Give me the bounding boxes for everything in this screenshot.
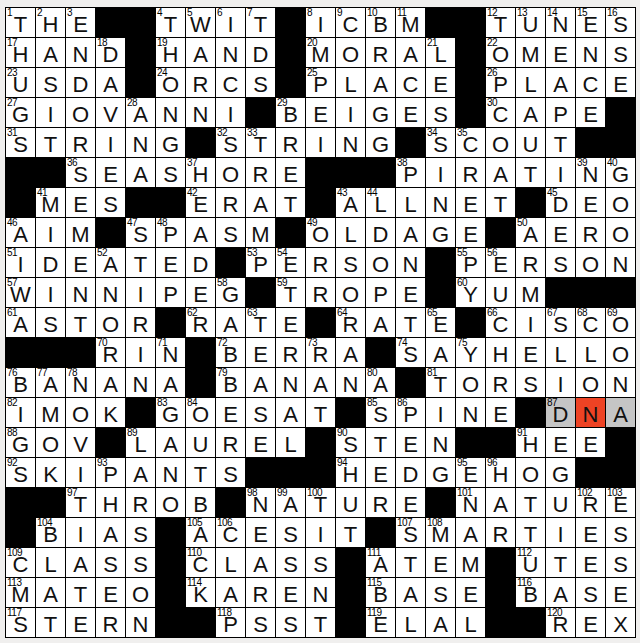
grid-cell[interactable]: 25P	[306, 68, 335, 97]
grid-cell[interactable]: 80A	[366, 368, 395, 397]
grid-cell[interactable]: 60Y	[456, 278, 485, 307]
grid-cell[interactable]: E	[546, 428, 575, 457]
grid-cell[interactable]: 2H	[36, 8, 65, 37]
grid-cell[interactable]: T	[306, 608, 335, 637]
grid-cell[interactable]: 97T	[66, 488, 95, 517]
grid-cell[interactable]: 79B	[216, 368, 245, 397]
grid-cell[interactable]: E	[216, 398, 245, 427]
grid-cell[interactable]: N	[606, 368, 635, 397]
grid-cell[interactable]: 70R	[96, 338, 125, 367]
grid-cell[interactable]: S	[216, 218, 245, 247]
grid-cell[interactable]: 81T	[426, 368, 455, 397]
grid-cell[interactable]: E	[576, 548, 605, 577]
grid-cell[interactable]: I	[546, 518, 575, 547]
grid-cell[interactable]: 44L	[366, 188, 395, 217]
grid-cell[interactable]: R	[186, 68, 215, 97]
grid-cell[interactable]: A	[276, 398, 305, 427]
grid-cell[interactable]: 50A	[516, 218, 545, 247]
grid-cell[interactable]: E	[456, 188, 485, 217]
grid-cell[interactable]: A	[306, 368, 335, 397]
grid-cell[interactable]: 100T	[306, 488, 335, 517]
grid-cell[interactable]: R	[276, 128, 305, 157]
grid-cell[interactable]: 37H	[186, 158, 215, 187]
grid-cell[interactable]: 6I	[216, 8, 245, 37]
grid-cell[interactable]: 43A	[336, 188, 365, 217]
grid-cell[interactable]: 88G	[6, 428, 35, 457]
grid-cell[interactable]: T	[546, 548, 575, 577]
grid-cell[interactable]: 7T	[246, 8, 275, 37]
grid-cell[interactable]: 76B	[6, 368, 35, 397]
grid-cell[interactable]: N	[186, 98, 215, 127]
grid-cell[interactable]: E	[66, 248, 95, 277]
grid-cell[interactable]: G	[426, 218, 455, 247]
grid-cell[interactable]: L	[516, 68, 545, 97]
grid-cell[interactable]: A	[606, 398, 635, 427]
grid-cell[interactable]: A	[96, 368, 125, 397]
grid-cell[interactable]: 11M	[396, 8, 425, 37]
grid-cell[interactable]: R	[216, 428, 245, 457]
grid-cell[interactable]: 91H	[516, 428, 545, 457]
grid-cell[interactable]: E	[576, 608, 605, 637]
grid-cell[interactable]: N	[216, 38, 245, 67]
grid-cell[interactable]: E	[396, 428, 425, 457]
grid-cell[interactable]: A	[156, 368, 185, 397]
grid-cell[interactable]: A	[486, 158, 515, 187]
grid-cell[interactable]: 53P	[246, 248, 275, 277]
grid-cell[interactable]: 119E	[366, 608, 395, 637]
grid-cell[interactable]: 34S	[426, 128, 455, 157]
grid-cell[interactable]: G	[156, 128, 185, 157]
grid-cell[interactable]: E	[606, 68, 635, 97]
grid-cell[interactable]: 52A	[96, 248, 125, 277]
grid-cell[interactable]: 4T	[156, 8, 185, 37]
grid-cell[interactable]: L	[396, 608, 425, 637]
grid-cell[interactable]: M	[66, 218, 95, 247]
grid-cell[interactable]: D	[36, 248, 65, 277]
grid-cell[interactable]: 56E	[486, 248, 515, 277]
grid-cell[interactable]: E	[246, 518, 275, 547]
grid-cell[interactable]: 24O	[156, 68, 185, 97]
grid-cell[interactable]: 67S	[546, 308, 575, 337]
grid-cell[interactable]: E	[426, 548, 455, 577]
grid-cell[interactable]: O	[486, 128, 515, 157]
grid-cell[interactable]: G	[546, 458, 575, 487]
grid-cell[interactable]: 93P	[96, 458, 125, 487]
grid-cell[interactable]: A	[246, 368, 275, 397]
grid-cell[interactable]: D	[366, 218, 395, 247]
grid-cell[interactable]: 108M	[426, 518, 455, 547]
grid-cell[interactable]: 107S	[396, 518, 425, 547]
grid-cell[interactable]: S	[336, 248, 365, 277]
grid-cell[interactable]: E	[486, 398, 515, 427]
grid-cell[interactable]: E	[306, 98, 335, 127]
grid-cell[interactable]: I	[546, 158, 575, 187]
grid-cell[interactable]: N	[96, 278, 125, 307]
grid-cell[interactable]: 109C	[6, 548, 35, 577]
grid-cell[interactable]: E	[396, 98, 425, 127]
grid-cell[interactable]: 38P	[396, 158, 425, 187]
grid-cell[interactable]: E	[576, 518, 605, 547]
grid-cell[interactable]: U	[516, 128, 545, 157]
grid-cell[interactable]: E	[396, 278, 425, 307]
grid-cell[interactable]: O	[576, 248, 605, 277]
grid-cell[interactable]: T	[516, 518, 545, 547]
grid-cell[interactable]: 23U	[6, 68, 35, 97]
grid-cell[interactable]: N	[396, 248, 425, 277]
grid-cell[interactable]: 83G	[156, 398, 185, 427]
grid-cell[interactable]: S	[246, 608, 275, 637]
grid-cell[interactable]: 16S	[606, 8, 635, 37]
grid-cell[interactable]: O	[96, 308, 125, 337]
grid-cell[interactable]: O	[576, 368, 605, 397]
grid-cell[interactable]: L	[276, 428, 305, 457]
grid-cell[interactable]: 86P	[396, 398, 425, 427]
grid-cell[interactable]: 82I	[6, 398, 35, 427]
grid-cell[interactable]: X	[606, 608, 635, 637]
grid-cell[interactable]: 71N	[156, 338, 185, 367]
grid-cell[interactable]: 10B	[366, 8, 395, 37]
grid-cell[interactable]: 116B	[516, 578, 545, 607]
grid-cell[interactable]: L	[36, 548, 65, 577]
grid-cell[interactable]: E	[456, 218, 485, 247]
grid-cell[interactable]: S	[606, 518, 635, 547]
grid-cell[interactable]: 12T	[486, 8, 515, 37]
grid-cell[interactable]: T	[396, 308, 425, 337]
grid-cell[interactable]: 61A	[6, 308, 35, 337]
grid-cell[interactable]: 47S	[126, 218, 155, 247]
grid-cell[interactable]: S	[36, 68, 65, 97]
grid-cell[interactable]: R	[126, 308, 155, 337]
grid-cell[interactable]: L	[336, 218, 365, 247]
grid-cell[interactable]: A	[36, 578, 65, 607]
grid-cell[interactable]: 48P	[156, 218, 185, 247]
grid-cell[interactable]: R	[66, 128, 95, 157]
grid-cell[interactable]: V	[66, 428, 95, 457]
grid-cell[interactable]: 31S	[6, 128, 35, 157]
grid-cell[interactable]: M	[516, 278, 545, 307]
grid-cell[interactable]: 26P	[486, 68, 515, 97]
grid-cell[interactable]: A	[186, 218, 215, 247]
grid-cell[interactable]: S	[96, 188, 125, 217]
grid-cell[interactable]: E	[276, 158, 305, 187]
grid-cell[interactable]: O	[336, 278, 365, 307]
grid-cell[interactable]: 20M	[306, 38, 335, 67]
grid-cell[interactable]: U	[546, 488, 575, 517]
grid-cell[interactable]: R	[306, 278, 335, 307]
grid-cell[interactable]: A	[216, 308, 245, 337]
grid-cell[interactable]: C	[216, 68, 245, 97]
grid-cell[interactable]: R	[96, 608, 125, 637]
grid-cell[interactable]: E	[66, 608, 95, 637]
grid-cell[interactable]: R	[306, 248, 335, 277]
grid-cell[interactable]: 98N	[246, 488, 275, 517]
grid-cell[interactable]: I	[66, 518, 95, 547]
grid-cell[interactable]: E	[546, 38, 575, 67]
grid-cell[interactable]: U	[186, 428, 215, 457]
grid-cell[interactable]: 112U	[516, 548, 545, 577]
grid-cell[interactable]: A	[396, 38, 425, 67]
grid-cell[interactable]: 96H	[486, 458, 515, 487]
grid-cell[interactable]: 99A	[276, 488, 305, 517]
grid-cell[interactable]: D	[66, 68, 95, 97]
grid-cell[interactable]: 35C	[456, 128, 485, 157]
grid-cell[interactable]: 105A	[186, 518, 215, 547]
grid-cell[interactable]: I	[426, 158, 455, 187]
grid-cell[interactable]: T	[306, 398, 335, 427]
grid-cell[interactable]: A	[546, 578, 575, 607]
grid-cell[interactable]: E	[576, 98, 605, 127]
grid-cell[interactable]: O	[156, 488, 185, 517]
grid-cell[interactable]: U	[486, 278, 515, 307]
grid-cell[interactable]: O	[336, 38, 365, 67]
grid-cell[interactable]: V	[96, 98, 125, 127]
grid-cell[interactable]: 87D	[546, 398, 575, 427]
grid-cell[interactable]: G	[366, 98, 395, 127]
grid-cell[interactable]: I	[516, 308, 545, 337]
grid-cell[interactable]: 55P	[456, 248, 485, 277]
grid-cell[interactable]: E	[576, 428, 605, 457]
grid-cell[interactable]: 63T	[246, 308, 275, 337]
grid-cell[interactable]: 111A	[366, 548, 395, 577]
grid-cell[interactable]: E	[246, 338, 275, 367]
grid-cell[interactable]: 115B	[366, 578, 395, 607]
grid-cell[interactable]: N	[126, 368, 155, 397]
grid-cell[interactable]: 68C	[576, 308, 605, 337]
grid-cell[interactable]: R	[366, 488, 395, 517]
grid-cell[interactable]: I	[426, 398, 455, 427]
grid-cell[interactable]: A	[366, 68, 395, 97]
grid-cell[interactable]: 103E	[606, 488, 635, 517]
grid-cell[interactable]: A	[96, 518, 125, 547]
grid-cell[interactable]: P	[156, 278, 185, 307]
grid-cell[interactable]: N	[576, 38, 605, 67]
grid-cell[interactable]: A	[66, 548, 95, 577]
grid-cell[interactable]: 18D	[96, 38, 125, 67]
grid-cell[interactable]: 22O	[486, 38, 515, 67]
grid-cell[interactable]: S	[276, 608, 305, 637]
grid-cell[interactable]: D	[396, 458, 425, 487]
grid-cell[interactable]: S	[216, 458, 245, 487]
grid-cell[interactable]: N	[456, 398, 485, 427]
grid-cell[interactable]: E	[456, 578, 485, 607]
grid-cell[interactable]: E	[96, 158, 125, 187]
grid-cell[interactable]: I	[36, 98, 65, 127]
grid-cell[interactable]: I	[306, 128, 335, 157]
grid-cell[interactable]: N	[426, 428, 455, 457]
grid-cell[interactable]: I	[216, 98, 245, 127]
grid-cell[interactable]: 77A	[36, 368, 65, 397]
grid-cell[interactable]: O	[66, 98, 95, 127]
grid-cell[interactable]: K	[96, 398, 125, 427]
grid-cell[interactable]: N	[156, 98, 185, 127]
grid-cell[interactable]: T	[546, 128, 575, 157]
grid-cell[interactable]: S	[96, 548, 125, 577]
grid-cell[interactable]: I	[66, 458, 95, 487]
grid-cell[interactable]: O	[216, 158, 245, 187]
grid-cell[interactable]: L	[576, 338, 605, 367]
grid-cell[interactable]: N	[336, 128, 365, 157]
grid-cell[interactable]: S	[546, 248, 575, 277]
grid-cell[interactable]: A	[456, 518, 485, 547]
grid-cell[interactable]: 8I	[306, 8, 335, 37]
grid-cell[interactable]: A	[546, 68, 575, 97]
grid-cell[interactable]: N	[156, 458, 185, 487]
grid-cell[interactable]: M	[36, 398, 65, 427]
grid-cell[interactable]: O	[606, 338, 635, 367]
grid-cell[interactable]: A	[96, 68, 125, 97]
grid-cell[interactable]: A	[246, 188, 275, 217]
grid-cell[interactable]: R	[366, 38, 395, 67]
grid-cell[interactable]: R	[216, 188, 245, 217]
grid-cell[interactable]: N	[336, 368, 365, 397]
grid-cell[interactable]: S	[246, 398, 275, 427]
grid-cell[interactable]: 95E	[456, 458, 485, 487]
grid-cell[interactable]: S	[276, 548, 305, 577]
grid-cell[interactable]: 32S	[216, 128, 245, 157]
grid-cell[interactable]: K	[36, 458, 65, 487]
grid-cell[interactable]: O	[606, 188, 635, 217]
grid-cell[interactable]: 57W	[6, 278, 35, 307]
grid-cell[interactable]: E	[516, 338, 545, 367]
grid-cell[interactable]: T	[516, 488, 545, 517]
grid-cell[interactable]: 21L	[426, 38, 455, 67]
grid-cell[interactable]: R	[486, 518, 515, 547]
grid-cell[interactable]: A	[126, 158, 155, 187]
grid-cell[interactable]: O	[66, 398, 95, 427]
grid-cell[interactable]: 42E	[186, 188, 215, 217]
grid-cell[interactable]: A	[516, 98, 545, 127]
grid-cell[interactable]: 120R	[546, 608, 575, 637]
grid-cell[interactable]: 73R	[306, 338, 335, 367]
grid-cell[interactable]: 30C	[486, 98, 515, 127]
grid-cell[interactable]: T	[36, 128, 65, 157]
grid-cell[interactable]: A	[396, 218, 425, 247]
grid-cell[interactable]: E	[576, 188, 605, 217]
grid-cell[interactable]: 75Y	[456, 338, 485, 367]
grid-cell[interactable]: I	[36, 278, 65, 307]
grid-cell[interactable]: T	[66, 578, 95, 607]
grid-cell[interactable]: 51I	[6, 248, 35, 277]
grid-cell[interactable]: A	[36, 38, 65, 67]
grid-cell[interactable]: E	[246, 428, 275, 457]
grid-cell[interactable]: 17H	[6, 38, 35, 67]
grid-cell[interactable]: S	[606, 38, 635, 67]
grid-cell[interactable]: E	[396, 488, 425, 517]
grid-cell[interactable]: S	[426, 98, 455, 127]
grid-cell[interactable]: I	[546, 368, 575, 397]
grid-cell[interactable]: 64R	[336, 308, 365, 337]
grid-cell[interactable]: N	[126, 128, 155, 157]
grid-cell[interactable]: T	[336, 518, 365, 547]
grid-cell[interactable]: 118P	[216, 608, 245, 637]
grid-cell[interactable]: 58G	[216, 278, 245, 307]
grid-cell[interactable]: I	[36, 218, 65, 247]
grid-cell[interactable]: 33T	[246, 128, 275, 157]
grid-cell[interactable]: R	[576, 218, 605, 247]
grid-cell[interactable]: T	[366, 428, 395, 457]
grid-cell[interactable]: C	[576, 68, 605, 97]
grid-cell[interactable]: O	[456, 368, 485, 397]
grid-cell[interactable]: T	[36, 608, 65, 637]
grid-cell[interactable]: N	[66, 278, 95, 307]
grid-cell[interactable]: 65E	[426, 308, 455, 337]
grid-cell[interactable]: L	[216, 548, 245, 577]
grid-cell[interactable]: R	[246, 578, 275, 607]
grid-cell[interactable]: D	[186, 248, 215, 277]
grid-cell[interactable]: 102R	[576, 488, 605, 517]
grid-cell[interactable]: S	[426, 578, 455, 607]
grid-cell[interactable]: S	[306, 548, 335, 577]
grid-cell[interactable]: 13U	[516, 8, 545, 37]
grid-cell[interactable]: M	[246, 218, 275, 247]
grid-cell[interactable]: C	[396, 68, 425, 97]
grid-cell[interactable]: R	[246, 158, 275, 187]
grid-cell[interactable]: E	[426, 68, 455, 97]
grid-cell[interactable]: M	[456, 548, 485, 577]
grid-cell[interactable]: S	[126, 518, 155, 547]
grid-cell[interactable]: 90S	[336, 428, 365, 457]
grid-cell[interactable]: 69O	[606, 308, 635, 337]
grid-cell[interactable]: L	[546, 338, 575, 367]
grid-cell[interactable]: T	[516, 158, 545, 187]
grid-cell[interactable]: N	[576, 398, 605, 427]
grid-cell[interactable]: I	[96, 128, 125, 157]
grid-cell[interactable]: 1T	[6, 8, 35, 37]
grid-cell[interactable]: N	[606, 248, 635, 277]
grid-cell[interactable]: S	[156, 158, 185, 187]
grid-cell[interactable]: T	[276, 188, 305, 217]
grid-cell[interactable]: 46A	[6, 218, 35, 247]
grid-cell[interactable]: 114K	[186, 578, 215, 607]
grid-cell[interactable]: 78N	[66, 368, 95, 397]
grid-cell[interactable]: S	[246, 68, 275, 97]
grid-cell[interactable]: M	[516, 38, 545, 67]
grid-cell[interactable]: 27G	[6, 98, 35, 127]
grid-cell[interactable]: A	[336, 338, 365, 367]
grid-cell[interactable]: S	[576, 578, 605, 607]
grid-cell[interactable]: S	[516, 368, 545, 397]
grid-cell[interactable]: 101N	[456, 488, 485, 517]
grid-cell[interactable]: 9C	[336, 8, 365, 37]
grid-cell[interactable]: 89L	[126, 428, 155, 457]
grid-cell[interactable]: A	[156, 428, 185, 457]
grid-cell[interactable]: 94H	[336, 458, 365, 487]
grid-cell[interactable]: N	[66, 38, 95, 67]
grid-cell[interactable]: 19H	[156, 38, 185, 67]
grid-cell[interactable]: 106C	[216, 518, 245, 547]
grid-cell[interactable]: 28A	[126, 98, 155, 127]
grid-cell[interactable]: 92S	[6, 458, 35, 487]
grid-cell[interactable]: T	[66, 308, 95, 337]
grid-cell[interactable]: 74S	[396, 338, 425, 367]
grid-cell[interactable]: O	[606, 218, 635, 247]
grid-cell[interactable]: E	[66, 188, 95, 217]
grid-cell[interactable]: L	[396, 188, 425, 217]
grid-cell[interactable]: A	[246, 548, 275, 577]
grid-cell[interactable]: T	[186, 458, 215, 487]
grid-cell[interactable]: I	[306, 518, 335, 547]
grid-cell[interactable]: R	[456, 158, 485, 187]
grid-cell[interactable]: A	[366, 308, 395, 337]
grid-cell[interactable]: B	[186, 488, 215, 517]
grid-cell[interactable]: R	[276, 338, 305, 367]
grid-cell[interactable]: E	[156, 248, 185, 277]
grid-cell[interactable]: E	[276, 578, 305, 607]
grid-cell[interactable]: D	[246, 38, 275, 67]
grid-cell[interactable]: T	[126, 248, 155, 277]
grid-cell[interactable]: G	[366, 128, 395, 157]
grid-cell[interactable]: 62R	[186, 308, 215, 337]
